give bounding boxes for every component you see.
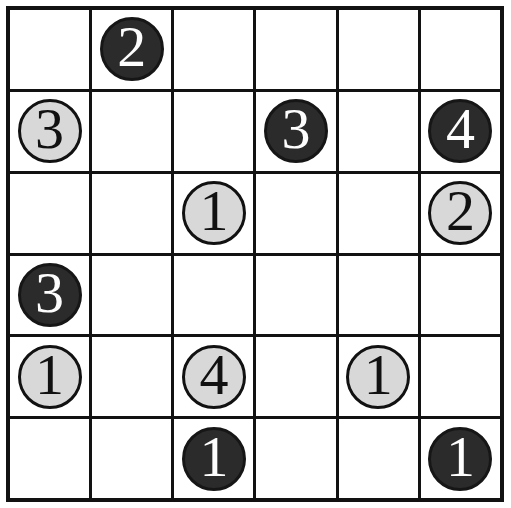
cell-r4c1[interactable]: 3 (10, 256, 89, 335)
white-circle-clue: 4 (182, 345, 246, 409)
cell-r3c2[interactable] (92, 174, 171, 253)
cell-r2c6[interactable]: 4 (421, 92, 500, 171)
cell-r2c5[interactable] (339, 92, 418, 171)
cell-r6c1[interactable] (10, 419, 89, 498)
white-circle-clue: 1 (346, 345, 410, 409)
white-circle-clue: 1 (182, 181, 246, 245)
cell-r4c4[interactable] (256, 256, 335, 335)
black-circle-clue: 2 (100, 17, 164, 81)
clue-number: 1 (199, 182, 228, 240)
cell-r6c5[interactable] (339, 419, 418, 498)
cell-r6c3[interactable]: 1 (174, 419, 253, 498)
white-circle-clue: 2 (428, 181, 492, 245)
cell-r2c1[interactable]: 3 (10, 92, 89, 171)
cell-r1c2[interactable]: 2 (92, 10, 171, 89)
cell-r4c6[interactable] (421, 256, 500, 335)
cell-r6c2[interactable] (92, 419, 171, 498)
cell-r2c3[interactable] (174, 92, 253, 171)
cell-r5c2[interactable] (92, 337, 171, 416)
cell-r4c5[interactable] (339, 256, 418, 335)
cell-r1c4[interactable] (256, 10, 335, 89)
clue-number: 2 (446, 182, 475, 240)
cell-r1c1[interactable] (10, 10, 89, 89)
clue-number: 2 (117, 18, 146, 76)
cell-r5c5[interactable]: 1 (339, 337, 418, 416)
black-circle-clue: 3 (18, 263, 82, 327)
clue-number: 3 (35, 100, 64, 158)
cell-r4c3[interactable] (174, 256, 253, 335)
cell-r5c4[interactable] (256, 337, 335, 416)
clue-number: 1 (35, 346, 64, 404)
cell-r2c2[interactable] (92, 92, 171, 171)
puzzle-canvas: 233412314111 (0, 0, 511, 508)
black-circle-clue: 1 (428, 427, 492, 491)
clue-number: 4 (446, 100, 475, 158)
cell-r6c6[interactable]: 1 (421, 419, 500, 498)
cell-r3c3[interactable]: 1 (174, 174, 253, 253)
black-circle-clue: 1 (182, 427, 246, 491)
cell-r5c3[interactable]: 4 (174, 337, 253, 416)
cell-r3c1[interactable] (10, 174, 89, 253)
cell-r5c1[interactable]: 1 (10, 337, 89, 416)
cell-r5c6[interactable] (421, 337, 500, 416)
black-circle-clue: 4 (428, 99, 492, 163)
clue-number: 1 (364, 346, 393, 404)
clue-number: 3 (35, 264, 64, 322)
cell-r3c5[interactable] (339, 174, 418, 253)
cell-r4c2[interactable] (92, 256, 171, 335)
cell-r3c4[interactable] (256, 174, 335, 253)
white-circle-clue: 3 (18, 99, 82, 163)
cell-r1c5[interactable] (339, 10, 418, 89)
cell-r3c6[interactable]: 2 (421, 174, 500, 253)
cell-r2c4[interactable]: 3 (256, 92, 335, 171)
cell-r1c6[interactable] (421, 10, 500, 89)
clue-number: 4 (199, 346, 228, 404)
clue-number: 1 (199, 428, 228, 486)
clue-number: 1 (446, 428, 475, 486)
black-circle-clue: 3 (264, 99, 328, 163)
cell-r6c4[interactable] (256, 419, 335, 498)
white-circle-clue: 1 (18, 345, 82, 409)
clue-number: 3 (282, 100, 311, 158)
cell-r1c3[interactable] (174, 10, 253, 89)
puzzle-board: 233412314111 (6, 6, 504, 502)
